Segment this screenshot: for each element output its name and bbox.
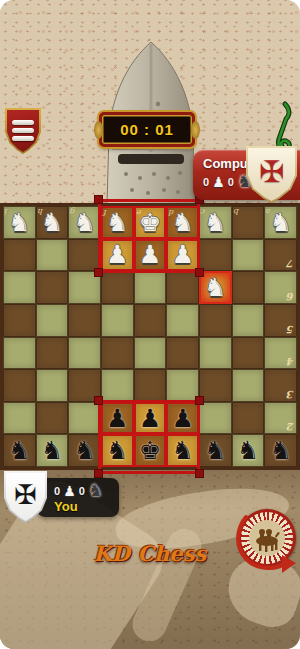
board-square-r5c5[interactable] (134, 337, 167, 370)
captured-knight-count: 0 (79, 485, 85, 497)
board-square-r4c2[interactable] (36, 304, 69, 337)
board-square-r7c4[interactable]: ♟ (101, 402, 134, 435)
knight-icon: ♞ (88, 482, 103, 499)
board-square-r2c6[interactable]: ♟ (166, 239, 199, 272)
board-square-r2c4[interactable]: ♟ (101, 239, 134, 272)
board-square-r1c3[interactable]: ♞g (68, 206, 101, 239)
black-pawn: ♟ (139, 406, 161, 431)
board-square-r5c9[interactable]: 4 (264, 337, 297, 370)
black-knight: ♞ (171, 438, 193, 463)
board-square-r4c5[interactable] (134, 304, 167, 337)
board-square-r6c9[interactable]: 3 (264, 369, 297, 402)
crest-bar (12, 128, 33, 133)
board-square-r3c6[interactable] (166, 271, 199, 304)
board-square-r1c7[interactable]: ♞c (199, 206, 232, 239)
shield-field: ✠ (248, 148, 295, 201)
board-square-r2c1[interactable] (3, 239, 36, 272)
board-square-r3c7[interactable]: ♞ (199, 271, 232, 304)
board-square-r6c5[interactable] (134, 369, 167, 402)
board-square-r5c2[interactable] (36, 337, 69, 370)
board-square-r8c5[interactable]: ♚ (134, 434, 167, 467)
board-square-r6c6[interactable] (166, 369, 199, 402)
board-square-r5c4[interactable] (101, 337, 134, 370)
white-knight: ♞ (106, 210, 128, 235)
board-square-r8c6[interactable]: ♞ (166, 434, 199, 467)
board-square-r1c8[interactable]: b (232, 206, 265, 239)
board-square-r2c8[interactable] (232, 239, 265, 272)
file-label: g (70, 207, 75, 216)
pawn-icon: ♟ (212, 175, 225, 189)
board-square-r5c6[interactable] (166, 337, 199, 370)
board-square-r1c1[interactable]: ♞i (3, 206, 36, 239)
board-square-r7c9[interactable]: 2 (264, 402, 297, 435)
board-square-r5c8[interactable] (232, 337, 265, 370)
crest-bar (12, 120, 33, 125)
board-square-r4c3[interactable] (68, 304, 101, 337)
black-king: ♚ (139, 438, 161, 463)
board-square-r2c2[interactable] (36, 239, 69, 272)
black-pawn: ♟ (171, 406, 193, 431)
file-label: f (104, 208, 107, 217)
board-square-r2c9[interactable]: 7 (264, 239, 297, 272)
red-cross-pattee-icon: ✠ (259, 157, 284, 187)
rank-label: 6 (287, 291, 294, 302)
player-panel: 0 ♟ 0 ♞ You (37, 478, 119, 517)
rank-label: 2 (287, 421, 294, 432)
crest-bar (12, 136, 33, 141)
board-square-r4c8[interactable] (232, 304, 265, 337)
board-square-r7c2[interactable] (36, 402, 69, 435)
white-knight: ♞ (73, 210, 95, 235)
black-knight: ♞ (269, 438, 291, 463)
board-square-r1c2[interactable]: ♞h (36, 206, 69, 239)
rank-label: 7 (287, 258, 294, 269)
red-arrow-icon (232, 507, 300, 573)
board-square-r1c4[interactable]: ♞f (101, 206, 134, 239)
board-square-r7c7[interactable] (199, 402, 232, 435)
file-label: b (234, 207, 239, 216)
board-square-r8c9[interactable]: ♞ (264, 434, 297, 467)
player-name: You (54, 499, 119, 514)
board-square-r3c1[interactable] (3, 271, 36, 304)
board-square-r6c7[interactable] (199, 369, 232, 402)
board-square-r1c9[interactable]: ♞a (264, 206, 297, 239)
captured-pawn-count: 0 (203, 176, 209, 188)
board-square-r4c1[interactable] (3, 304, 36, 337)
board-square-r5c3[interactable] (68, 337, 101, 370)
board-square-r4c9[interactable]: 5 (264, 304, 297, 337)
board-square-r3c8[interactable] (232, 271, 265, 304)
opponent-templar-shield: ✠ (246, 146, 297, 203)
shield-field: ✠ (6, 473, 45, 521)
board-square-r7c8[interactable] (232, 402, 265, 435)
black-cross-pattee-icon: ✠ (14, 481, 37, 508)
player-captured-pieces: 0 ♟ 0 ♞ (54, 482, 119, 499)
board-square-r8c8[interactable]: ♞ (232, 434, 265, 467)
board-square-r8c7[interactable]: ♞ (199, 434, 232, 467)
file-label: h (38, 207, 43, 216)
board-square-r1c5[interactable]: ♚e (134, 206, 167, 239)
board-square-r6c3[interactable] (68, 369, 101, 402)
board-square-r2c7[interactable] (199, 239, 232, 272)
timer-value: 00 : 01 (120, 121, 174, 138)
board-square-r2c5[interactable]: ♟ (134, 239, 167, 272)
shield-field (7, 110, 39, 152)
captured-pawn-count: 0 (54, 485, 60, 497)
file-label: c (201, 207, 205, 216)
rank-label: 5 (287, 324, 294, 335)
black-pawn: ♟ (106, 406, 128, 431)
white-knight: ♞ (41, 210, 63, 235)
board-square-r4c4[interactable] (101, 304, 134, 337)
game-timer: 00 : 01 (99, 112, 195, 147)
board-square-r6c8[interactable] (232, 369, 265, 402)
board-square-r4c6[interactable] (166, 304, 199, 337)
black-knight: ♞ (8, 438, 30, 463)
white-pawn: ♟ (139, 242, 161, 267)
black-knight: ♞ (237, 438, 259, 463)
black-knight: ♞ (106, 438, 128, 463)
board-square-r3c3[interactable] (68, 271, 101, 304)
board-square-r8c2[interactable]: ♞ (36, 434, 69, 467)
white-pawn: ♟ (171, 242, 193, 267)
board-square-r5c7[interactable] (199, 337, 232, 370)
white-pawn: ♟ (106, 242, 128, 267)
file-label: e (137, 208, 142, 217)
board-square-r8c4[interactable]: ♞ (101, 434, 134, 467)
file-label: i (5, 207, 8, 216)
chess-board: ♞i♞h♞g♞f♚e♞d♞cb♞a♟♟♟7♞6543♟♟♟2♞♞♞♞♚♞♞♞♞ (0, 203, 300, 470)
board-square-r2c3[interactable] (68, 239, 101, 272)
board-square-r8c3[interactable]: ♞ (68, 434, 101, 467)
black-knight: ♞ (204, 438, 226, 463)
captured-knight-count: 0 (228, 176, 234, 188)
white-knight: ♞ (204, 275, 226, 300)
white-knight: ♞ (269, 210, 291, 235)
board-square-r3c5[interactable] (134, 271, 167, 304)
board-square-r7c6[interactable]: ♟ (166, 402, 199, 435)
board-square-r5c1[interactable] (3, 337, 36, 370)
board-square-r6c2[interactable] (36, 369, 69, 402)
board-square-r8c1[interactable]: ♞ (3, 434, 36, 467)
board-square-r3c4[interactable] (101, 271, 134, 304)
rank-label: 4 (287, 356, 294, 367)
board-square-r7c5[interactable]: ♟ (134, 402, 167, 435)
white-knight: ♞ (204, 210, 226, 235)
board-square-r6c4[interactable] (101, 369, 134, 402)
black-knight: ♞ (73, 438, 95, 463)
board-square-r3c9[interactable]: 6 (264, 271, 297, 304)
black-knight: ♞ (41, 438, 63, 463)
white-knight: ♞ (8, 210, 30, 235)
board-square-r7c3[interactable] (68, 402, 101, 435)
board-square-r4c7[interactable] (199, 304, 232, 337)
red-crest-shield (5, 108, 41, 154)
player-templar-shield: ✠ (4, 471, 47, 523)
board-square-r6c1[interactable] (3, 369, 36, 402)
board-square-r7c1[interactable] (3, 402, 36, 435)
white-knight: ♞ (171, 210, 193, 235)
white-king: ♚ (139, 210, 161, 235)
pawn-icon: ♟ (63, 484, 76, 498)
board-square-r3c2[interactable] (36, 271, 69, 304)
file-label: d (169, 208, 174, 217)
templar-seal-logo (238, 509, 296, 567)
file-label: a (266, 207, 271, 216)
board-square-r1c6[interactable]: ♞d (166, 206, 199, 239)
rank-label: 3 (287, 389, 294, 400)
app-screen: 00 : 01 Computer 0 ♟ 0 ♞ ✠ ♞i♞h♞ (0, 0, 300, 649)
